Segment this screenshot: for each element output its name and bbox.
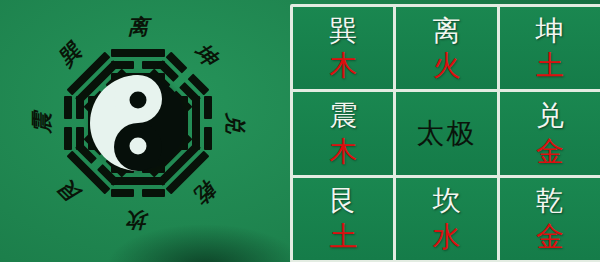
trigram-name: 离	[432, 16, 460, 45]
element-name: 火	[432, 51, 460, 80]
yang-line	[111, 49, 165, 57]
table-cell-乾: 乾金	[500, 178, 600, 260]
yin-line	[64, 96, 72, 150]
trigram-label-艮: 艮	[55, 177, 85, 207]
element-name: 金	[536, 137, 564, 166]
trigram-name: 乾	[536, 186, 564, 215]
trigram-label-震: 震	[31, 113, 52, 134]
table-cell-艮: 艮土	[293, 178, 393, 260]
table-cell-离: 离火	[396, 7, 496, 89]
bagua-elements-table: 巽木离火坤土震木太极兑金艮土坎水乾金	[290, 4, 600, 262]
element-name: 土	[536, 51, 564, 80]
yin-line	[111, 189, 165, 197]
trigram-label-坤: 坤	[192, 40, 222, 70]
bagua-diagram: 离坤兑乾坎艮震巽	[0, 0, 290, 262]
table-cell-兑: 兑金	[500, 92, 600, 174]
element-name: 金	[536, 222, 564, 251]
table-cell-震: 震木	[293, 92, 393, 174]
trigram-name: 坎	[432, 186, 460, 215]
element-name: 木	[329, 51, 357, 80]
yang-dot-icon	[130, 138, 147, 155]
trigram-name: 艮	[329, 186, 357, 215]
table-cell-太极: 太极	[396, 92, 496, 174]
element-name: 土	[329, 222, 357, 251]
bagua-lesson-slide: 离坤兑乾坎艮震巽 巽木离火坤土震木太极兑金艮土坎水乾金	[0, 0, 600, 262]
taijitu-yin-yang-symbol	[90, 75, 186, 171]
trigram-label-乾: 乾	[192, 177, 222, 207]
trigram-name: 巽	[329, 16, 357, 45]
trigram-label-离: 离	[128, 16, 149, 37]
trigram-name: 震	[329, 101, 357, 130]
trigram-label-兑: 兑	[225, 113, 246, 134]
element-name: 水	[432, 222, 460, 251]
element-name: 木	[329, 137, 357, 166]
trigram-name: 兑	[536, 101, 564, 130]
table-cell-巽: 巽木	[293, 7, 393, 89]
yin-line	[204, 96, 212, 150]
table-cell-坤: 坤土	[500, 7, 600, 89]
trigram-label-巽: 巽	[55, 40, 85, 70]
table-cell-坎: 坎水	[396, 178, 496, 260]
trigram-name: 坤	[536, 16, 564, 45]
trigram-label-坎: 坎	[128, 210, 149, 231]
taiji-label: 太极	[416, 119, 476, 148]
yin-dot-icon	[130, 91, 147, 108]
